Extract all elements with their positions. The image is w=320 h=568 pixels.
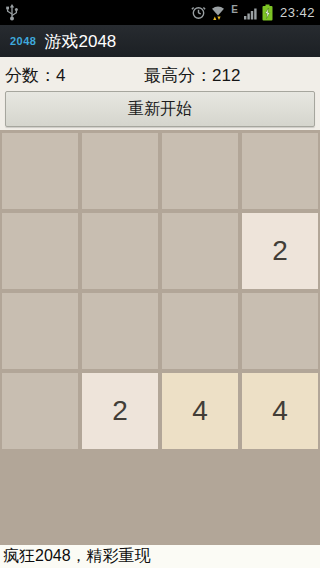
cell-empty-r2c0 bbox=[2, 293, 78, 369]
best-score-text: 最高分：212 bbox=[144, 64, 240, 87]
signal-strength-icon bbox=[243, 5, 258, 20]
score-text: 分数：4 bbox=[5, 64, 65, 87]
tile-4: 4 bbox=[242, 373, 318, 449]
ad-banner-text: 疯狂2048，精彩重现 bbox=[3, 546, 151, 567]
board-grid: 2244 bbox=[0, 130, 320, 452]
network-type-label: E bbox=[231, 4, 238, 15]
cell-empty-r0c0 bbox=[2, 133, 78, 209]
cell-empty-r2c2 bbox=[162, 293, 238, 369]
tile-4: 4 bbox=[162, 373, 238, 449]
action-bar: 2048 游戏2048 bbox=[0, 25, 320, 57]
cell-empty-r2c1 bbox=[82, 293, 158, 369]
status-bar-right: E 23:42 bbox=[191, 4, 315, 21]
battery-charging-icon bbox=[262, 4, 273, 21]
cell-empty-r0c3 bbox=[242, 133, 318, 209]
cell-empty-r1c2 bbox=[162, 213, 238, 289]
app-title: 游戏2048 bbox=[44, 30, 116, 53]
cell-empty-r0c1 bbox=[82, 133, 158, 209]
scoreboard: 分数：4 最高分：212 bbox=[0, 57, 320, 90]
cell-empty-r3c0 bbox=[2, 373, 78, 449]
cell-empty-r1c0 bbox=[2, 213, 78, 289]
wifi-traffic-icon bbox=[210, 5, 226, 21]
tile-2: 2 bbox=[82, 373, 158, 449]
alarm-icon bbox=[191, 5, 206, 20]
status-bar: E 23:42 bbox=[0, 0, 320, 25]
clock-time: 23:42 bbox=[280, 5, 315, 20]
status-bar-left bbox=[5, 3, 19, 22]
ad-banner[interactable]: 疯狂2048，精彩重现 bbox=[0, 545, 320, 568]
tile-2: 2 bbox=[242, 213, 318, 289]
board[interactable]: 2244 bbox=[0, 130, 320, 545]
app-icon: 2048 bbox=[10, 35, 36, 47]
cell-empty-r2c3 bbox=[242, 293, 318, 369]
screen: E 23:42 bbox=[0, 0, 320, 568]
cell-empty-r0c2 bbox=[162, 133, 238, 209]
cell-empty-r1c1 bbox=[82, 213, 158, 289]
restart-button[interactable]: 重新开始 bbox=[5, 91, 315, 127]
usb-icon bbox=[5, 3, 19, 22]
